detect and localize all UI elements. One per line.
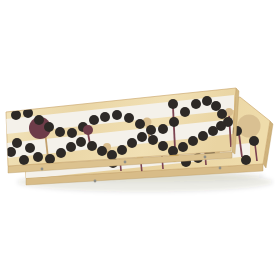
track-dot xyxy=(100,112,110,122)
track-dot xyxy=(168,146,178,156)
track-dot xyxy=(124,113,134,123)
track-dot xyxy=(137,132,147,142)
screw xyxy=(41,168,44,171)
track-dot xyxy=(169,117,179,127)
track-dot xyxy=(217,109,227,119)
track-dot xyxy=(117,145,127,155)
track-dot xyxy=(168,99,178,109)
track-dot xyxy=(76,137,86,147)
screw xyxy=(219,167,222,170)
track-dot xyxy=(34,115,44,125)
track-dot xyxy=(158,141,168,151)
track-dot xyxy=(89,115,99,125)
track-dot xyxy=(55,127,65,137)
track-dot xyxy=(45,154,55,164)
boards-group xyxy=(6,88,273,192)
track-dot xyxy=(66,142,76,152)
track-dot xyxy=(148,135,158,145)
maroon-dot xyxy=(83,125,93,135)
track-dot xyxy=(180,107,190,117)
track-dot xyxy=(158,124,168,134)
track-dot xyxy=(87,141,97,151)
track-dot xyxy=(56,148,66,158)
product-photo xyxy=(0,0,275,275)
track-dot xyxy=(67,128,77,138)
track-dot xyxy=(211,101,221,111)
screw xyxy=(124,161,127,164)
track-dot xyxy=(188,136,198,146)
track-dot xyxy=(97,146,107,156)
scene-svg xyxy=(0,0,275,275)
track-dot xyxy=(241,155,251,165)
track-dot xyxy=(135,119,145,129)
track-dot xyxy=(12,138,22,148)
track-dot xyxy=(178,142,188,152)
track-dot xyxy=(107,150,117,160)
track-dot xyxy=(127,138,137,148)
track-dot xyxy=(112,110,122,120)
track-dot xyxy=(216,121,226,131)
track-dot xyxy=(202,96,212,106)
track-dot xyxy=(146,125,156,135)
track-dot xyxy=(191,99,201,109)
track-dot xyxy=(33,152,43,162)
track-dot xyxy=(25,143,35,153)
track-dot xyxy=(11,110,21,120)
screw xyxy=(94,180,97,183)
track-dot xyxy=(249,136,259,146)
track-dot xyxy=(19,155,29,165)
screw xyxy=(204,156,207,159)
track-dot xyxy=(44,122,54,132)
track-dot xyxy=(198,131,208,141)
